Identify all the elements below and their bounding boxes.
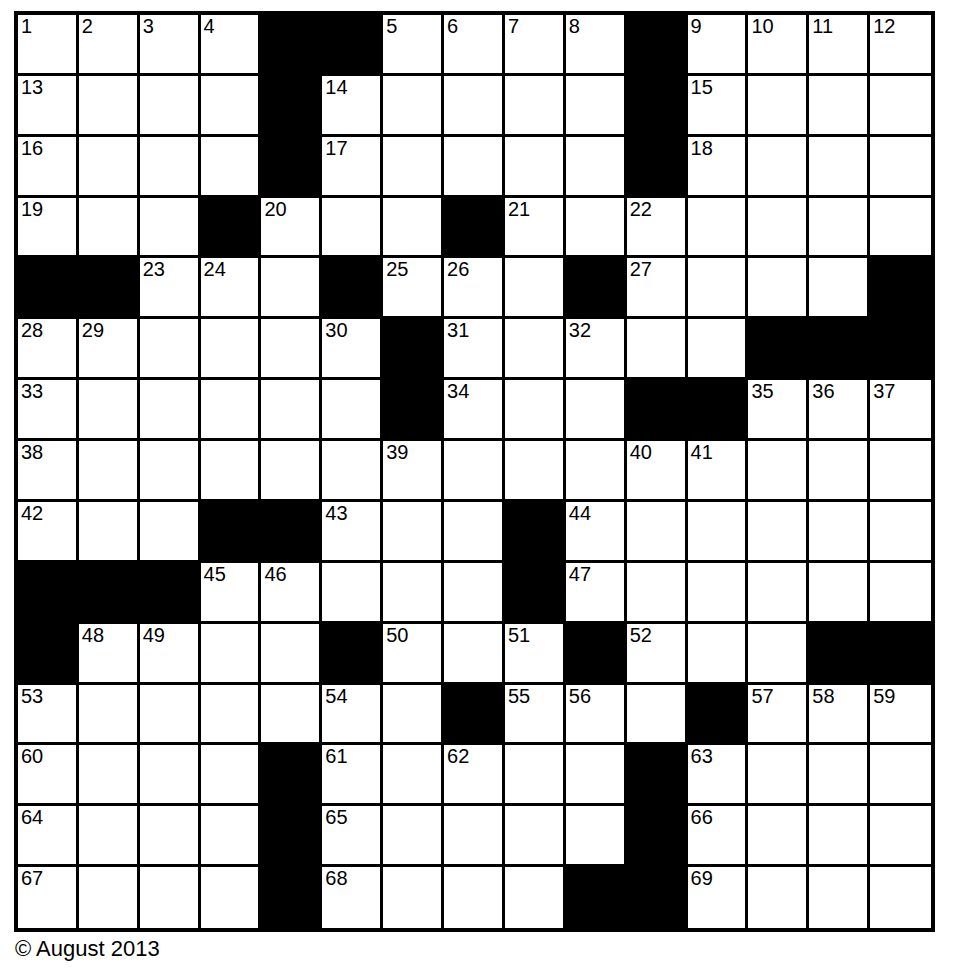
cell-r12c15[interactable]: 59	[870, 685, 931, 746]
cell-r15c2[interactable]	[79, 867, 140, 928]
cell-r13c1[interactable]: 60	[18, 745, 79, 806]
cell-r3c6[interactable]: 17	[322, 137, 383, 198]
clue-number: 62	[447, 746, 502, 767]
cell-r8c14[interactable]	[809, 441, 870, 502]
cell-r15c4[interactable]	[201, 867, 262, 928]
cell-r1c1[interactable]: 1	[18, 15, 79, 76]
cell-r2c12[interactable]: 15	[688, 76, 749, 137]
cell-r10c15[interactable]	[870, 563, 931, 624]
clue-number: 26	[447, 259, 502, 280]
cell-r14c2[interactable]	[79, 806, 140, 867]
cell-r13c5-block	[261, 745, 322, 806]
cell-r7c9[interactable]	[505, 380, 566, 441]
cell-r15c5-block	[261, 867, 322, 928]
cell-r13c9[interactable]	[505, 745, 566, 806]
cell-r1c7[interactable]: 5	[383, 15, 444, 76]
cell-r12c11[interactable]	[627, 685, 688, 746]
cell-r5c1-block	[18, 258, 79, 319]
cell-r14c12[interactable]: 66	[688, 806, 749, 867]
cell-r15c12[interactable]: 69	[688, 867, 749, 928]
cell-r8c10[interactable]	[566, 441, 627, 502]
cell-r7c6[interactable]	[322, 380, 383, 441]
clue-number: 66	[691, 807, 746, 828]
cell-r4c8-block	[444, 198, 505, 259]
cell-r3c5-block	[261, 137, 322, 198]
clue-number: 15	[691, 77, 746, 98]
cell-r11c14-block	[809, 624, 870, 685]
cell-r2c8[interactable]	[444, 76, 505, 137]
clue-number: 47	[569, 564, 624, 585]
clue-number: 31	[447, 320, 502, 341]
copyright-text: © August 2013	[15, 936, 160, 962]
cell-r8c1[interactable]: 38	[18, 441, 79, 502]
clue-number: 64	[21, 807, 76, 828]
cell-r1c15[interactable]: 12	[870, 15, 931, 76]
cell-r11c9[interactable]: 51	[505, 624, 566, 685]
cell-r10c2-block	[79, 563, 140, 624]
cell-r15c10-block	[566, 867, 627, 928]
cell-r2c15[interactable]	[870, 76, 931, 137]
clue-number: 58	[812, 686, 867, 707]
cell-r3c1[interactable]: 16	[18, 137, 79, 198]
cell-r12c12-block	[688, 685, 749, 746]
cell-r13c6[interactable]: 61	[322, 745, 383, 806]
cell-r3c3[interactable]	[140, 137, 201, 198]
cell-r5c3[interactable]: 23	[140, 258, 201, 319]
cell-r5c10-block	[566, 258, 627, 319]
cell-r8c5[interactable]	[261, 441, 322, 502]
cell-r6c13-block	[748, 319, 809, 380]
cell-r10c4[interactable]: 45	[201, 563, 262, 624]
cell-r2c3[interactable]	[140, 76, 201, 137]
cell-r7c3[interactable]	[140, 380, 201, 441]
clue-number: 19	[21, 199, 76, 220]
cell-r9c15[interactable]	[870, 502, 931, 563]
clue-number: 28	[21, 320, 76, 341]
cell-r11c3[interactable]: 49	[140, 624, 201, 685]
cell-r2c1[interactable]: 13	[18, 76, 79, 137]
cell-r8c6[interactable]	[322, 441, 383, 502]
cell-r5c14[interactable]	[809, 258, 870, 319]
cell-r11c1-block	[18, 624, 79, 685]
cell-r1c9[interactable]: 7	[505, 15, 566, 76]
clue-number: 3	[143, 16, 198, 37]
cell-r7c14[interactable]: 36	[809, 380, 870, 441]
clue-number: 36	[812, 381, 867, 402]
cell-r14c8[interactable]	[444, 806, 505, 867]
cell-r6c15-block	[870, 319, 931, 380]
clue-number: 30	[325, 320, 380, 341]
cell-r8c2[interactable]	[79, 441, 140, 502]
cell-r12c7[interactable]	[383, 685, 444, 746]
clue-number: 41	[691, 442, 746, 463]
cell-r1c6-block	[322, 15, 383, 76]
cell-r5c8[interactable]: 26	[444, 258, 505, 319]
cell-r6c2[interactable]: 29	[79, 319, 140, 380]
clue-number: 54	[325, 686, 380, 707]
clue-number: 25	[386, 259, 441, 280]
cell-r8c12[interactable]: 41	[688, 441, 749, 502]
cell-r9c5-block	[261, 502, 322, 563]
cell-r14c13[interactable]	[748, 806, 809, 867]
cell-r14c3[interactable]	[140, 806, 201, 867]
clue-number: 35	[751, 381, 806, 402]
cell-r4c3[interactable]	[140, 198, 201, 259]
clue-number: 18	[691, 138, 746, 159]
cell-r9c7[interactable]	[383, 502, 444, 563]
cell-r3c2[interactable]	[79, 137, 140, 198]
cell-r13c12[interactable]: 63	[688, 745, 749, 806]
cell-r12c8-block	[444, 685, 505, 746]
cell-r1c4[interactable]: 4	[201, 15, 262, 76]
cell-r2c7[interactable]	[383, 76, 444, 137]
cell-r13c11-block	[627, 745, 688, 806]
cell-r7c4[interactable]	[201, 380, 262, 441]
cell-r5c12[interactable]	[688, 258, 749, 319]
clue-number: 48	[82, 625, 137, 646]
clue-number: 46	[264, 564, 319, 585]
clue-number: 43	[325, 503, 380, 524]
cell-r7c10[interactable]	[566, 380, 627, 441]
cell-r1c10[interactable]: 8	[566, 15, 627, 76]
cell-r15c3[interactable]	[140, 867, 201, 928]
cell-r13c4[interactable]	[201, 745, 262, 806]
cell-r12c5[interactable]	[261, 685, 322, 746]
clue-number: 51	[508, 625, 563, 646]
cell-r2c10[interactable]	[566, 76, 627, 137]
cell-r9c4-block	[201, 502, 262, 563]
cell-r14c6[interactable]: 65	[322, 806, 383, 867]
cell-r11c6-block	[322, 624, 383, 685]
cell-r9c8[interactable]	[444, 502, 505, 563]
clue-number: 55	[508, 686, 563, 707]
crossword-page: 1234567891011121314151617181920212223242…	[0, 0, 954, 971]
cell-r4c1[interactable]: 19	[18, 198, 79, 259]
cell-r1c2[interactable]: 2	[79, 15, 140, 76]
cell-r3c4[interactable]	[201, 137, 262, 198]
cell-r10c12[interactable]	[688, 563, 749, 624]
cell-r13c13[interactable]	[748, 745, 809, 806]
clue-number: 50	[386, 625, 441, 646]
cell-r9c2[interactable]	[79, 502, 140, 563]
clue-number: 65	[325, 807, 380, 828]
clue-number: 11	[812, 16, 867, 37]
clue-number: 23	[143, 259, 198, 280]
cell-r9c11[interactable]	[627, 502, 688, 563]
clue-number: 59	[873, 686, 931, 707]
cell-r2c13[interactable]	[748, 76, 809, 137]
cell-r9c10[interactable]: 44	[566, 502, 627, 563]
cell-r8c15[interactable]	[870, 441, 931, 502]
clue-number: 69	[691, 868, 746, 889]
cell-r8c7[interactable]: 39	[383, 441, 444, 502]
clue-number: 4	[204, 16, 259, 37]
cell-r8c4[interactable]	[201, 441, 262, 502]
cell-r13c8[interactable]: 62	[444, 745, 505, 806]
cell-r12c14[interactable]: 58	[809, 685, 870, 746]
cell-r4c13[interactable]	[748, 198, 809, 259]
cell-r2c6[interactable]: 14	[322, 76, 383, 137]
cell-r8c9[interactable]	[505, 441, 566, 502]
cell-r6c14-block	[809, 319, 870, 380]
cell-r10c6[interactable]	[322, 563, 383, 624]
cell-r10c5[interactable]: 46	[261, 563, 322, 624]
clue-number: 38	[21, 442, 76, 463]
cell-r4c7[interactable]	[383, 198, 444, 259]
clue-number: 67	[21, 868, 76, 889]
clue-number: 9	[691, 16, 746, 37]
clue-number: 16	[21, 138, 76, 159]
cell-r15c1[interactable]: 67	[18, 867, 79, 928]
clue-number: 22	[630, 199, 685, 220]
cell-r14c1[interactable]: 64	[18, 806, 79, 867]
cell-r10c10[interactable]: 47	[566, 563, 627, 624]
cell-r7c2[interactable]	[79, 380, 140, 441]
cell-r8c3[interactable]	[140, 441, 201, 502]
cell-r5c13[interactable]	[748, 258, 809, 319]
cell-r2c14[interactable]	[809, 76, 870, 137]
cell-r10c9-block	[505, 563, 566, 624]
cell-r8c8[interactable]	[444, 441, 505, 502]
cell-r3c14[interactable]	[809, 137, 870, 198]
cell-r6c6[interactable]: 30	[322, 319, 383, 380]
cell-r13c10[interactable]	[566, 745, 627, 806]
cell-r2c11-block	[627, 76, 688, 137]
clue-number: 37	[873, 381, 931, 402]
cell-r5c6-block	[322, 258, 383, 319]
cell-r9c14[interactable]	[809, 502, 870, 563]
cell-r4c6[interactable]	[322, 198, 383, 259]
cell-r7c13[interactable]: 35	[748, 380, 809, 441]
clue-number: 33	[21, 381, 76, 402]
cell-r5c15-block	[870, 258, 931, 319]
clue-number: 57	[751, 686, 806, 707]
cell-r4c14[interactable]	[809, 198, 870, 259]
cell-r2c2[interactable]	[79, 76, 140, 137]
cell-r15c8[interactable]	[444, 867, 505, 928]
cell-r10c8[interactable]	[444, 563, 505, 624]
cell-r4c10[interactable]	[566, 198, 627, 259]
clue-number: 14	[325, 77, 380, 98]
clue-number: 24	[204, 259, 259, 280]
cell-r1c13[interactable]: 10	[748, 15, 809, 76]
cell-r3c15[interactable]	[870, 137, 931, 198]
clue-number: 13	[21, 77, 76, 98]
clue-number: 21	[508, 199, 563, 220]
clue-number: 10	[751, 16, 806, 37]
cell-r12c9[interactable]: 55	[505, 685, 566, 746]
clue-number: 34	[447, 381, 502, 402]
cell-r14c4[interactable]	[201, 806, 262, 867]
cell-r14c11-block	[627, 806, 688, 867]
cell-r7c11-block	[627, 380, 688, 441]
cell-r5c11[interactable]: 27	[627, 258, 688, 319]
cell-r6c9[interactable]	[505, 319, 566, 380]
cell-r15c9[interactable]	[505, 867, 566, 928]
cell-r7c7-block	[383, 380, 444, 441]
cell-r10c7[interactable]	[383, 563, 444, 624]
cell-r6c3[interactable]	[140, 319, 201, 380]
cell-r13c3[interactable]	[140, 745, 201, 806]
clue-number: 32	[569, 320, 624, 341]
cell-r10c1-block	[18, 563, 79, 624]
clue-number: 7	[508, 16, 563, 37]
cell-r7c5[interactable]	[261, 380, 322, 441]
cell-r12c6[interactable]: 54	[322, 685, 383, 746]
cell-r12c13[interactable]: 57	[748, 685, 809, 746]
cell-r11c7[interactable]: 50	[383, 624, 444, 685]
cell-r10c13[interactable]	[748, 563, 809, 624]
clue-number: 60	[21, 746, 76, 767]
clue-number: 40	[630, 442, 685, 463]
clue-number: 6	[447, 16, 502, 37]
cell-r15c15[interactable]	[870, 867, 931, 928]
cell-r8c11[interactable]: 40	[627, 441, 688, 502]
cell-r15c11-block	[627, 867, 688, 928]
cell-r11c11[interactable]: 52	[627, 624, 688, 685]
cell-r12c10[interactable]: 56	[566, 685, 627, 746]
cell-r13c15[interactable]	[870, 745, 931, 806]
clue-number: 5	[386, 16, 441, 37]
crossword-grid: 1234567891011121314151617181920212223242…	[14, 11, 935, 932]
cell-r14c14[interactable]	[809, 806, 870, 867]
cell-r6c10[interactable]: 32	[566, 319, 627, 380]
clue-number: 52	[630, 625, 685, 646]
cell-r6c5[interactable]	[261, 319, 322, 380]
cell-r14c5-block	[261, 806, 322, 867]
cell-r11c13[interactable]	[748, 624, 809, 685]
cell-r12c4[interactable]	[201, 685, 262, 746]
cell-r6c7-block	[383, 319, 444, 380]
cell-r3c12[interactable]: 18	[688, 137, 749, 198]
cell-r1c14[interactable]: 11	[809, 15, 870, 76]
cell-r9c9-block	[505, 502, 566, 563]
cell-r7c12-block	[688, 380, 749, 441]
cell-r11c12[interactable]	[688, 624, 749, 685]
cell-r11c4[interactable]	[201, 624, 262, 685]
cell-r6c11[interactable]	[627, 319, 688, 380]
clue-number: 8	[569, 16, 624, 37]
cell-r4c2[interactable]	[79, 198, 140, 259]
cell-r11c5[interactable]	[261, 624, 322, 685]
cell-r15c14[interactable]	[809, 867, 870, 928]
cell-r6c1[interactable]: 28	[18, 319, 79, 380]
cell-r11c10-block	[566, 624, 627, 685]
clue-number: 68	[325, 868, 380, 889]
cell-r2c5-block	[261, 76, 322, 137]
cell-r15c6[interactable]: 68	[322, 867, 383, 928]
clue-number: 20	[264, 199, 319, 220]
cell-r11c15-block	[870, 624, 931, 685]
cell-r11c2[interactable]: 48	[79, 624, 140, 685]
cell-r10c11[interactable]	[627, 563, 688, 624]
cell-r5c5[interactable]	[261, 258, 322, 319]
clue-number: 1	[21, 16, 76, 37]
cell-r8c13[interactable]	[748, 441, 809, 502]
cell-r7c1[interactable]: 33	[18, 380, 79, 441]
cell-r6c4[interactable]	[201, 319, 262, 380]
cell-r12c3[interactable]	[140, 685, 201, 746]
cell-r14c9[interactable]	[505, 806, 566, 867]
cell-r14c15[interactable]	[870, 806, 931, 867]
cell-r1c8[interactable]: 6	[444, 15, 505, 76]
clue-number: 39	[386, 442, 441, 463]
cell-r13c7[interactable]	[383, 745, 444, 806]
cell-r14c10[interactable]	[566, 806, 627, 867]
cell-r13c14[interactable]	[809, 745, 870, 806]
cell-r4c4-block	[201, 198, 262, 259]
cell-r6c8[interactable]: 31	[444, 319, 505, 380]
clue-number: 12	[873, 16, 931, 37]
cell-r1c5-block	[261, 15, 322, 76]
cell-r9c13[interactable]	[748, 502, 809, 563]
clue-number: 27	[630, 259, 685, 280]
cell-r2c9[interactable]	[505, 76, 566, 137]
cell-r4c5[interactable]: 20	[261, 198, 322, 259]
cell-r4c11[interactable]: 22	[627, 198, 688, 259]
cell-r3c11-block	[627, 137, 688, 198]
cell-r2c4[interactable]	[201, 76, 262, 137]
cell-r9c12[interactable]	[688, 502, 749, 563]
cell-r4c12[interactable]	[688, 198, 749, 259]
cell-r10c14[interactable]	[809, 563, 870, 624]
clue-number: 53	[21, 686, 76, 707]
cell-r3c8[interactable]	[444, 137, 505, 198]
cell-r1c3[interactable]: 3	[140, 15, 201, 76]
cell-r14c7[interactable]	[383, 806, 444, 867]
cell-r12c1[interactable]: 53	[18, 685, 79, 746]
clue-number: 45	[204, 564, 259, 585]
cell-r3c9[interactable]	[505, 137, 566, 198]
clue-number: 2	[82, 16, 137, 37]
clue-number: 63	[691, 746, 746, 767]
clue-number: 49	[143, 625, 198, 646]
cell-r3c13[interactable]	[748, 137, 809, 198]
cell-r10c3-block	[140, 563, 201, 624]
cell-r13c2[interactable]	[79, 745, 140, 806]
cell-r7c8[interactable]: 34	[444, 380, 505, 441]
cell-r4c15[interactable]	[870, 198, 931, 259]
cell-r1c12[interactable]: 9	[688, 15, 749, 76]
cell-r9c6[interactable]: 43	[322, 502, 383, 563]
cell-r7c15[interactable]: 37	[870, 380, 931, 441]
clue-number: 42	[21, 503, 76, 524]
cell-r5c7[interactable]: 25	[383, 258, 444, 319]
cell-r5c4[interactable]: 24	[201, 258, 262, 319]
cell-r11c8[interactable]	[444, 624, 505, 685]
clue-number: 17	[325, 138, 380, 159]
cell-r15c13[interactable]	[748, 867, 809, 928]
clue-number: 61	[325, 746, 380, 767]
cell-r5c2-block	[79, 258, 140, 319]
cell-r9c1[interactable]: 42	[18, 502, 79, 563]
cell-r3c10[interactable]	[566, 137, 627, 198]
clue-number: 44	[569, 503, 624, 524]
cell-r4c9[interactable]: 21	[505, 198, 566, 259]
cell-r3c7[interactable]	[383, 137, 444, 198]
cell-r12c2[interactable]	[79, 685, 140, 746]
cell-r15c7[interactable]	[383, 867, 444, 928]
cell-r9c3[interactable]	[140, 502, 201, 563]
clue-number: 56	[569, 686, 624, 707]
clue-number: 29	[82, 320, 137, 341]
cell-r1c11-block	[627, 15, 688, 76]
cell-r6c12[interactable]	[688, 319, 749, 380]
cell-r5c9[interactable]	[505, 258, 566, 319]
